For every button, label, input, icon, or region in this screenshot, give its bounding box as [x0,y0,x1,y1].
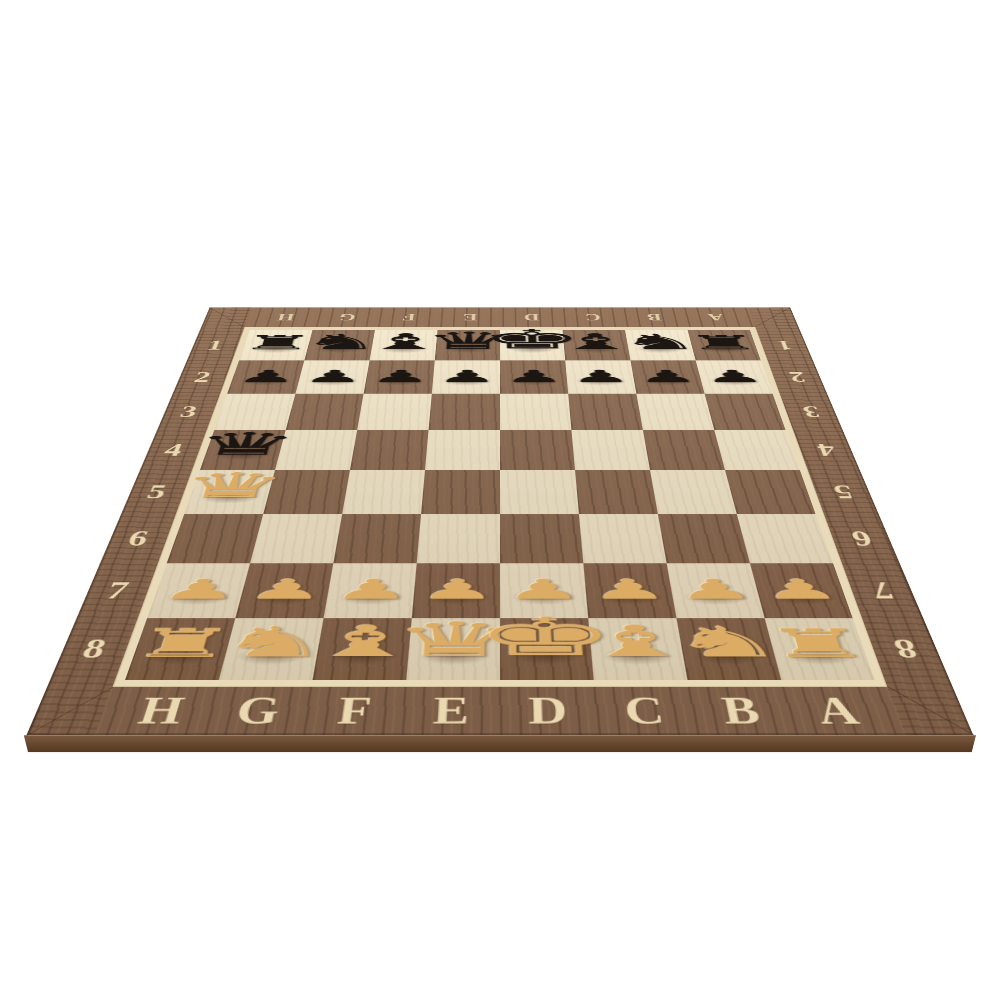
square-a4 [714,430,800,470]
square-f8 [313,618,412,680]
black-pawn-icon: ♟ [234,368,300,384]
square-c4 [571,430,650,470]
file-label-far-a: A [705,312,724,322]
black-pawn-icon: ♟ [635,368,699,384]
square-g6 [250,514,342,563]
black-pawn-icon: ♟ [368,368,431,384]
square-b3 [636,394,714,430]
square-a5 [725,470,816,514]
square-g3 [286,394,364,430]
square-b8 [676,618,781,680]
square-b6 [658,514,750,563]
square-c5 [575,470,658,514]
square-d4 [500,430,575,470]
black-pawn-icon: ♟ [503,368,564,384]
square-d5 [500,470,579,514]
square-d3 [500,394,571,430]
file-label-far-b: B [645,312,662,322]
square-e3 [429,394,500,430]
square-f4 [350,430,429,470]
photo-scene: HGFEDCBA HGFEDCBA 12345678 12345678 ♜♞♝♛… [0,0,1000,1000]
square-e4 [425,430,500,470]
square-c6 [579,514,667,563]
square-d6 [500,514,583,563]
black-pawn-icon: ♟ [301,368,365,384]
black-pawn-icon: ♟ [569,368,632,384]
square-f3 [357,394,432,430]
square-a3 [705,394,786,430]
square-b4 [643,430,725,470]
black-queen-icon: ♛ [189,429,301,458]
board-3d: HGFEDCBA HGFEDCBA 12345678 12345678 ♜♞♝♛… [26,307,973,735]
square-e6 [417,514,500,563]
square-c8 [588,618,687,680]
square-h3 [214,394,295,430]
file-label-far-h: H [275,312,295,322]
square-c3 [568,394,643,430]
file-label-far-c: C [583,312,600,322]
file-label-far-g: G [337,312,357,322]
black-rook-icon: ♜ [684,333,763,351]
square-d8 [500,618,594,680]
board-front-edge [24,735,976,752]
square-e8 [406,618,500,680]
square-h6 [167,514,263,563]
file-label-far-d: D [522,312,539,322]
square-f5 [342,470,425,514]
file-label-far-e: E [462,312,477,322]
square-g8 [219,618,324,680]
black-pawn-icon: ♟ [436,368,497,384]
black-pawn-icon: ♟ [701,368,767,384]
square-e5 [421,470,500,514]
square-b5 [650,470,737,514]
square-f6 [333,514,421,563]
file-label-far-f: F [400,312,415,322]
